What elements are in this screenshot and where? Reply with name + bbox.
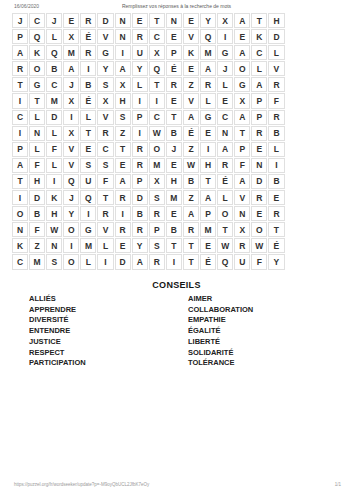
grid-cell[interactable]: K bbox=[46, 190, 62, 205]
grid-cell[interactable]: S bbox=[97, 77, 113, 92]
grid-cell[interactable]: R bbox=[132, 222, 148, 237]
grid-cell[interactable]: D bbox=[132, 190, 148, 205]
grid-cell[interactable]: X bbox=[63, 93, 79, 108]
grid-cell[interactable]: E bbox=[183, 61, 199, 76]
grid-cell[interactable]: H bbox=[268, 13, 284, 28]
grid-cell[interactable]: I bbox=[115, 206, 131, 221]
grid-cell[interactable]: E bbox=[183, 13, 199, 28]
grid-cell[interactable]: L bbox=[132, 77, 148, 92]
grid-cell[interactable]: C bbox=[217, 110, 233, 125]
grid-cell[interactable]: D bbox=[251, 174, 267, 189]
word-list-item: ENTENDRE bbox=[29, 326, 86, 337]
grid-cell[interactable]: R bbox=[12, 61, 28, 76]
grid-cell[interactable]: A bbox=[183, 110, 199, 125]
grid-cell[interactable]: I bbox=[115, 45, 131, 60]
grid-cell[interactable]: S bbox=[149, 238, 165, 253]
grid-cell[interactable]: V bbox=[268, 61, 284, 76]
grid-cell[interactable]: I bbox=[268, 158, 284, 173]
grid-cell[interactable]: A bbox=[234, 110, 250, 125]
grid-cell[interactable]: A bbox=[132, 254, 148, 269]
grid-cell[interactable]: T bbox=[183, 254, 199, 269]
grid-cell[interactable]: Z bbox=[29, 238, 45, 253]
grid-cell[interactable]: E bbox=[251, 142, 267, 157]
grid-cell[interactable]: L bbox=[46, 158, 62, 173]
grid-cell[interactable]: G bbox=[80, 222, 96, 237]
grid-cell[interactable]: U bbox=[80, 174, 96, 189]
grid-cell[interactable]: N bbox=[115, 13, 131, 28]
grid-cell[interactable]: U bbox=[132, 45, 148, 60]
grid-cell[interactable]: M bbox=[200, 222, 216, 237]
word-list-item: APPRENDRE bbox=[29, 305, 86, 316]
grid-cell[interactable]: I bbox=[97, 254, 113, 269]
grid-cell[interactable]: G bbox=[97, 45, 113, 60]
grid-cell[interactable]: C bbox=[97, 142, 113, 157]
grid-cell[interactable]: I bbox=[12, 126, 28, 141]
grid-cell[interactable]: T bbox=[12, 174, 28, 189]
word-list-item: PARTICIPATION bbox=[29, 358, 86, 369]
grid-cell[interactable]: E bbox=[166, 206, 182, 221]
grid-cell[interactable]: R bbox=[97, 206, 113, 221]
grid-cell[interactable]: L bbox=[217, 77, 233, 92]
grid-cell[interactable]: I bbox=[217, 29, 233, 44]
grid-cell[interactable]: R bbox=[132, 158, 148, 173]
grid-cell[interactable]: B bbox=[132, 206, 148, 221]
grid-cell[interactable]: F bbox=[97, 174, 113, 189]
grid-cell[interactable]: A bbox=[115, 61, 131, 76]
grid-cell[interactable]: J bbox=[12, 13, 28, 28]
word-list-heading: CONSEILS bbox=[0, 280, 353, 290]
grid-cell[interactable]: B bbox=[166, 222, 182, 237]
grid-cell[interactable]: N bbox=[166, 13, 182, 28]
grid-cell[interactable]: V bbox=[63, 158, 79, 173]
grid-cell[interactable]: G bbox=[217, 45, 233, 60]
grid-cell[interactable]: R bbox=[149, 206, 165, 221]
grid-cell[interactable]: P bbox=[166, 45, 182, 60]
grid-cell[interactable]: Q bbox=[149, 61, 165, 76]
grid-cell[interactable]: M bbox=[63, 45, 79, 60]
grid-cell[interactable]: R bbox=[183, 222, 199, 237]
grid-cell[interactable]: R bbox=[268, 206, 284, 221]
grid-cell[interactable]: V bbox=[63, 142, 79, 157]
grid-cell[interactable]: I bbox=[12, 190, 28, 205]
grid-cell[interactable]: F bbox=[268, 93, 284, 108]
grid-cell[interactable]: W bbox=[183, 158, 199, 173]
grid-cell[interactable]: M bbox=[29, 254, 45, 269]
grid-cell[interactable]: C bbox=[149, 29, 165, 44]
grid-cell[interactable]: O bbox=[29, 61, 45, 76]
grid-cell[interactable]: I bbox=[63, 110, 79, 125]
grid-cell[interactable]: Q bbox=[200, 29, 216, 44]
grid-cell[interactable]: O bbox=[149, 142, 165, 157]
grid-cell[interactable]: I bbox=[200, 142, 216, 157]
grid-cell[interactable]: D bbox=[29, 190, 45, 205]
grid-cell[interactable]: G bbox=[200, 110, 216, 125]
grid-cell[interactable]: A bbox=[251, 77, 267, 92]
grid-cell[interactable]: S bbox=[97, 158, 113, 173]
grid-cell[interactable]: H bbox=[29, 174, 45, 189]
grid-cell[interactable]: S bbox=[80, 158, 96, 173]
grid-cell[interactable]: C bbox=[12, 254, 28, 269]
grid-cell[interactable]: J bbox=[166, 142, 182, 157]
grid-cell[interactable]: P bbox=[132, 174, 148, 189]
grid-cell[interactable]: E bbox=[166, 158, 182, 173]
grid-cell[interactable]: C bbox=[29, 13, 45, 28]
grid-cell[interactable]: É bbox=[80, 29, 96, 44]
grid-cell[interactable]: B bbox=[46, 61, 62, 76]
grid-cell[interactable]: O bbox=[63, 222, 79, 237]
grid-cell[interactable]: D bbox=[115, 254, 131, 269]
grid-cell[interactable]: J bbox=[217, 61, 233, 76]
grid-cell[interactable]: E bbox=[115, 238, 131, 253]
grid-cell[interactable]: N bbox=[46, 238, 62, 253]
word-list-right: AIMERCOLLABORATIONEMPATHIEÉGALITÉLIBERTÉ… bbox=[188, 294, 253, 369]
grid-cell[interactable]: A bbox=[217, 142, 233, 157]
grid-cell[interactable]: E bbox=[251, 206, 267, 221]
grid-cell[interactable]: Y bbox=[132, 61, 148, 76]
grid-cell[interactable]: D bbox=[268, 29, 284, 44]
grid-cell[interactable]: I bbox=[166, 254, 182, 269]
grid-cell[interactable]: G bbox=[234, 77, 250, 92]
grid-cell[interactable]: O bbox=[63, 254, 79, 269]
grid-cell[interactable]: X bbox=[149, 174, 165, 189]
grid-cell[interactable]: K bbox=[29, 45, 45, 60]
grid-cell[interactable]: S bbox=[115, 110, 131, 125]
grid-cell[interactable]: E bbox=[166, 29, 182, 44]
footer-page-number: 1/1 bbox=[335, 482, 341, 487]
word-list-item: EMPATHIE bbox=[188, 315, 253, 326]
word-list-item: COLLABORATION bbox=[188, 305, 253, 316]
grid-cell[interactable]: T bbox=[251, 13, 267, 28]
grid-cell[interactable]: P bbox=[251, 110, 267, 125]
grid-cell[interactable]: T bbox=[80, 126, 96, 141]
grid-cell[interactable]: T bbox=[12, 77, 28, 92]
grid-cell[interactable]: Y bbox=[63, 206, 79, 221]
grid-cell[interactable]: É bbox=[217, 174, 233, 189]
grid-cell[interactable]: O bbox=[234, 61, 250, 76]
grid-cell[interactable]: X bbox=[234, 222, 250, 237]
grid-cell[interactable]: X bbox=[149, 45, 165, 60]
grid-cell[interactable]: R bbox=[200, 77, 216, 92]
grid-cell[interactable]: H bbox=[46, 206, 62, 221]
grid-cell[interactable]: I bbox=[132, 93, 148, 108]
grid-cell[interactable]: H bbox=[115, 93, 131, 108]
word-search-grid: JCJERDNETNEYXATHPQLXÉVNRCEVQIEKDAKQMRGIU… bbox=[12, 13, 285, 270]
grid-cell[interactable]: A bbox=[234, 13, 250, 28]
grid-cell[interactable]: E bbox=[217, 93, 233, 108]
grid-cell[interactable]: N bbox=[251, 158, 267, 173]
word-list-item: JUSTICE bbox=[29, 337, 86, 348]
grid-cell[interactable]: É bbox=[183, 126, 199, 141]
grid-cell[interactable]: É bbox=[268, 238, 284, 253]
grid-cell[interactable]: B bbox=[268, 126, 284, 141]
grid-cell[interactable]: N bbox=[12, 222, 28, 237]
grid-cell[interactable]: V bbox=[183, 93, 199, 108]
grid-cell[interactable]: R bbox=[166, 77, 182, 92]
grid-cell[interactable]: I bbox=[12, 93, 28, 108]
grid-cell[interactable]: C bbox=[12, 110, 28, 125]
word-list-item: ÉGALITÉ bbox=[188, 326, 253, 337]
grid-cell[interactable]: I bbox=[149, 93, 165, 108]
grid-cell[interactable]: P bbox=[251, 93, 267, 108]
grid-cell[interactable]: P bbox=[200, 206, 216, 221]
grid-cell[interactable]: T bbox=[149, 13, 165, 28]
grid-cell[interactable]: V bbox=[234, 190, 250, 205]
grid-cell[interactable]: L bbox=[200, 93, 216, 108]
grid-cell[interactable]: Y bbox=[132, 238, 148, 253]
grid-cell[interactable]: Q bbox=[217, 254, 233, 269]
grid-cell[interactable]: L bbox=[268, 142, 284, 157]
grid-cell[interactable]: T bbox=[183, 238, 199, 253]
grid-cell[interactable]: B bbox=[80, 77, 96, 92]
grid-cell[interactable]: T bbox=[29, 93, 45, 108]
grid-cell[interactable]: L bbox=[46, 29, 62, 44]
grid-cell[interactable]: R bbox=[115, 190, 131, 205]
grid-cell[interactable]: T bbox=[166, 110, 182, 125]
grid-cell[interactable]: A bbox=[200, 61, 216, 76]
grid-cell[interactable]: Z bbox=[183, 190, 199, 205]
grid-cell[interactable]: Z bbox=[183, 142, 199, 157]
grid-cell[interactable]: Q bbox=[80, 190, 96, 205]
grid-cell[interactable]: R bbox=[115, 222, 131, 237]
grid-cell[interactable]: S bbox=[46, 254, 62, 269]
footer-url: https://puzzel.org/fr/wordseeker/update?… bbox=[14, 482, 149, 487]
grid-cell[interactable]: L bbox=[97, 238, 113, 253]
grid-cell[interactable]: Q bbox=[63, 174, 79, 189]
grid-cell[interactable]: G bbox=[29, 77, 45, 92]
grid-cell[interactable]: Z bbox=[115, 126, 131, 141]
grid-cell[interactable]: E bbox=[80, 142, 96, 157]
grid-cell[interactable]: A bbox=[115, 174, 131, 189]
grid-cell[interactable]: D bbox=[97, 13, 113, 28]
grid-cell[interactable]: H bbox=[200, 158, 216, 173]
grid-cell[interactable]: L bbox=[29, 110, 45, 125]
grid-cell[interactable]: C bbox=[46, 77, 62, 92]
grid-cell[interactable]: T bbox=[200, 174, 216, 189]
grid-cell[interactable]: S bbox=[149, 190, 165, 205]
grid-cell[interactable]: F bbox=[46, 142, 62, 157]
grid-cell[interactable]: W bbox=[217, 238, 233, 253]
grid-cell[interactable]: I bbox=[80, 206, 96, 221]
grid-cell[interactable]: E bbox=[166, 93, 182, 108]
grid-cell[interactable]: N bbox=[234, 206, 250, 221]
grid-cell[interactable]: Y bbox=[200, 13, 216, 28]
grid-cell[interactable]: A bbox=[63, 61, 79, 76]
word-list-item: LIBERTÉ bbox=[188, 337, 253, 348]
grid-cell[interactable]: M bbox=[80, 238, 96, 253]
grid-cell[interactable]: X bbox=[63, 126, 79, 141]
grid-cell[interactable]: K bbox=[12, 238, 28, 253]
grid-cell[interactable]: Q bbox=[29, 29, 45, 44]
grid-cell[interactable]: V bbox=[97, 110, 113, 125]
grid-cell[interactable]: L bbox=[46, 126, 62, 141]
grid-cell[interactable]: B bbox=[166, 126, 182, 141]
grid-cell[interactable]: F bbox=[29, 158, 45, 173]
grid-cell[interactable]: R bbox=[251, 126, 267, 141]
grid-cell[interactable]: I bbox=[46, 174, 62, 189]
grid-cell[interactable]: N bbox=[217, 126, 233, 141]
grid-cell[interactable]: Z bbox=[183, 77, 199, 92]
grid-cell[interactable]: E bbox=[200, 126, 216, 141]
grid-cell[interactable]: É bbox=[200, 254, 216, 269]
grid-cell[interactable]: R bbox=[80, 45, 96, 60]
grid-cell[interactable]: P bbox=[132, 110, 148, 125]
grid-cell[interactable]: O bbox=[12, 206, 28, 221]
grid-cell[interactable]: M bbox=[166, 190, 182, 205]
grid-cell[interactable]: D bbox=[46, 110, 62, 125]
grid-cell[interactable]: É bbox=[80, 93, 96, 108]
grid-cell[interactable]: Q bbox=[46, 45, 62, 60]
word-list-item: RESPECT bbox=[29, 348, 86, 359]
grid-cell[interactable]: L bbox=[29, 142, 45, 157]
grid-cell[interactable]: M bbox=[46, 93, 62, 108]
word-list-left: ALLIÉSAPPRENDREDIVERSITÉENTENDREJUSTICER… bbox=[29, 294, 86, 369]
grid-cell[interactable]: T bbox=[166, 238, 182, 253]
grid-cell[interactable]: X bbox=[63, 29, 79, 44]
grid-cell[interactable]: L bbox=[217, 190, 233, 205]
grid-cell[interactable]: F bbox=[234, 158, 250, 173]
grid-cell[interactable]: B bbox=[268, 174, 284, 189]
grid-cell[interactable]: R bbox=[234, 238, 250, 253]
word-list-item: TOLÉRANCE bbox=[188, 358, 253, 369]
grid-cell[interactable]: R bbox=[132, 142, 148, 157]
grid-cell[interactable]: T bbox=[217, 222, 233, 237]
grid-cell[interactable]: T bbox=[149, 77, 165, 92]
grid-cell[interactable]: H bbox=[166, 174, 182, 189]
grid-cell[interactable]: P bbox=[234, 142, 250, 157]
grid-cell[interactable]: X bbox=[217, 13, 233, 28]
grid-cell[interactable]: P bbox=[12, 142, 28, 157]
grid-cell[interactable]: T bbox=[97, 190, 113, 205]
word-list-item: SOLIDARITÉ bbox=[188, 348, 253, 359]
grid-cell[interactable]: W bbox=[46, 222, 62, 237]
grid-cell[interactable]: R bbox=[132, 29, 148, 44]
grid-cell[interactable]: X bbox=[115, 77, 131, 92]
grid-cell[interactable]: B bbox=[183, 174, 199, 189]
grid-cell[interactable]: R bbox=[268, 77, 284, 92]
grid-cell[interactable]: C bbox=[149, 110, 165, 125]
grid-cell[interactable]: R bbox=[97, 126, 113, 141]
grid-cell[interactable]: V bbox=[97, 222, 113, 237]
grid-cell[interactable]: E bbox=[268, 190, 284, 205]
word-list-item: ALLIÉS bbox=[29, 294, 86, 305]
grid-cell[interactable]: A bbox=[200, 190, 216, 205]
grid-cell[interactable]: Y bbox=[268, 254, 284, 269]
grid-cell[interactable]: R bbox=[149, 254, 165, 269]
grid-cell[interactable]: N bbox=[29, 126, 45, 141]
grid-cell[interactable]: R bbox=[217, 158, 233, 173]
grid-cell[interactable]: O bbox=[251, 222, 267, 237]
grid-cell[interactable]: A bbox=[183, 206, 199, 221]
grid-cell[interactable]: R bbox=[80, 13, 96, 28]
grid-cell[interactable]: I bbox=[80, 61, 96, 76]
grid-cell[interactable]: T bbox=[115, 142, 131, 157]
grid-cell[interactable]: Y bbox=[97, 61, 113, 76]
grid-cell[interactable]: B bbox=[29, 206, 45, 221]
grid-cell[interactable]: K bbox=[183, 45, 199, 60]
grid-cell[interactable]: A bbox=[234, 174, 250, 189]
grid-cell[interactable]: E bbox=[115, 158, 131, 173]
grid-cell[interactable]: U bbox=[234, 254, 250, 269]
grid-cell[interactable]: C bbox=[251, 45, 267, 60]
grid-cell[interactable]: L bbox=[268, 45, 284, 60]
grid-cell[interactable]: É bbox=[166, 61, 182, 76]
grid-cell[interactable]: R bbox=[251, 190, 267, 205]
grid-cell[interactable]: O bbox=[217, 206, 233, 221]
grid-cell[interactable]: J bbox=[46, 13, 62, 28]
grid-cell[interactable]: E bbox=[234, 29, 250, 44]
grid-cell[interactable]: A bbox=[12, 45, 28, 60]
grid-cell[interactable]: E bbox=[132, 13, 148, 28]
grid-cell[interactable]: N bbox=[115, 29, 131, 44]
grid-cell[interactable]: L bbox=[80, 254, 96, 269]
grid-cell[interactable]: I bbox=[63, 238, 79, 253]
grid-cell[interactable]: L bbox=[251, 61, 267, 76]
grid-cell[interactable]: X bbox=[97, 93, 113, 108]
word-list-item: DIVERSITÉ bbox=[29, 315, 86, 326]
page-title: Remplissez vos réponses à la recherche d… bbox=[0, 3, 353, 9]
grid-cell[interactable]: F bbox=[29, 222, 45, 237]
grid-cell[interactable]: J bbox=[63, 190, 79, 205]
grid-cell[interactable]: T bbox=[234, 126, 250, 141]
grid-cell[interactable]: A bbox=[12, 158, 28, 173]
grid-cell[interactable]: V bbox=[97, 29, 113, 44]
grid-cell[interactable]: M bbox=[200, 45, 216, 60]
grid-cell[interactable]: W bbox=[251, 238, 267, 253]
grid-cell[interactable]: A bbox=[234, 45, 250, 60]
grid-cell[interactable]: R bbox=[268, 110, 284, 125]
word-list-item: AIMER bbox=[188, 294, 253, 305]
grid-cell[interactable]: T bbox=[268, 222, 284, 237]
grid-cell[interactable]: M bbox=[149, 158, 165, 173]
grid-cell[interactable]: I bbox=[132, 126, 148, 141]
grid-cell[interactable]: W bbox=[149, 126, 165, 141]
grid-cell[interactable]: L bbox=[80, 110, 96, 125]
grid-cell[interactable]: E bbox=[200, 238, 216, 253]
grid-cell[interactable]: K bbox=[251, 29, 267, 44]
grid-cell[interactable]: V bbox=[183, 29, 199, 44]
grid-cell[interactable]: P bbox=[12, 29, 28, 44]
grid-cell[interactable]: J bbox=[63, 77, 79, 92]
grid-cell[interactable]: P bbox=[149, 222, 165, 237]
grid-cell[interactable]: F bbox=[251, 254, 267, 269]
grid-cell[interactable]: E bbox=[63, 13, 79, 28]
grid-cell[interactable]: X bbox=[234, 93, 250, 108]
